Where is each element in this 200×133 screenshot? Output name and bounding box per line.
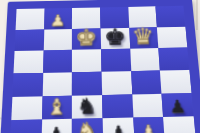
square-r3c2 bbox=[43, 50, 72, 73]
square-r6c3: ♞ bbox=[72, 119, 103, 133]
square-r2c2 bbox=[43, 29, 72, 51]
piece-white-knight: ♞ bbox=[77, 120, 98, 133]
piece-black-king: ♚ bbox=[104, 26, 127, 48]
square-r3c1 bbox=[14, 51, 44, 74]
square-r6c1 bbox=[10, 120, 42, 133]
floor-seam bbox=[196, 0, 198, 30]
piece-black-pawn: ♟ bbox=[48, 125, 65, 133]
square-r4c1 bbox=[12, 73, 42, 97]
piece-black-pawn: ♟ bbox=[169, 98, 187, 116]
piece-white-king: ♚ bbox=[75, 27, 97, 49]
piece-white-bishop: ♝ bbox=[47, 97, 68, 119]
square-r1c6 bbox=[156, 6, 186, 27]
piece-white-pawn: ♟ bbox=[50, 13, 66, 28]
square-r6c6 bbox=[163, 117, 196, 133]
square-r4c5 bbox=[131, 71, 162, 95]
square-r3c3 bbox=[72, 50, 101, 73]
square-r1c1 bbox=[16, 9, 45, 30]
square-r2c6 bbox=[157, 26, 187, 48]
piece-black-knight: ♞ bbox=[77, 96, 98, 118]
piece-white-queen: ♛ bbox=[132, 26, 155, 48]
square-r6c4: ♟ bbox=[103, 118, 135, 133]
square-r6c2: ♟ bbox=[41, 119, 72, 133]
square-r4c2 bbox=[42, 72, 72, 96]
square-r1c4 bbox=[100, 7, 129, 28]
chess-mat: ♟♚♚♛♝♞♟♟♞♟♟ bbox=[0, 0, 200, 133]
square-r6c5: ♟ bbox=[133, 117, 165, 133]
square-r4c6 bbox=[160, 70, 191, 94]
square-r1c5 bbox=[128, 6, 157, 27]
square-r3c5 bbox=[130, 48, 160, 71]
square-r1c3 bbox=[72, 7, 100, 28]
piece-black-pawn: ♟ bbox=[110, 124, 128, 133]
square-r5c5 bbox=[132, 93, 163, 117]
square-r2c5: ♛ bbox=[129, 27, 159, 49]
square-r5c3: ♞ bbox=[72, 95, 102, 120]
square-r5c4 bbox=[102, 94, 133, 118]
square-r2c4: ♚ bbox=[101, 28, 130, 50]
square-r2c3: ♚ bbox=[72, 28, 101, 50]
square-r5c2: ♝ bbox=[42, 95, 72, 120]
square-r4c3 bbox=[72, 72, 102, 96]
square-r1c2: ♟ bbox=[44, 8, 72, 29]
piece-white-pawn: ♟ bbox=[140, 123, 158, 133]
square-r3c4 bbox=[101, 49, 131, 72]
chess-board-grid: ♟♚♚♛♝♞♟♟♞♟♟ bbox=[10, 6, 196, 133]
square-r4c4 bbox=[102, 71, 132, 95]
square-r3c6 bbox=[159, 48, 190, 71]
square-r2c1 bbox=[15, 29, 44, 51]
square-r5c1 bbox=[11, 96, 42, 121]
square-r5c6: ♟ bbox=[162, 93, 194, 117]
